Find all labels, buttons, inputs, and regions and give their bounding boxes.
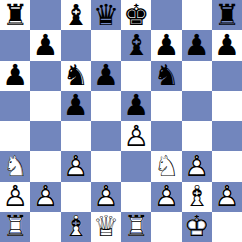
square-b3[interactable] bbox=[30, 151, 60, 181]
white-pawn-outline: ♙ bbox=[182, 151, 212, 181]
piece-black-rook[interactable]: ♜ bbox=[212, 0, 242, 30]
square-h8[interactable]: ♜ bbox=[212, 0, 242, 30]
square-d6[interactable]: ♟ bbox=[91, 61, 121, 91]
square-c5[interactable]: ♟ bbox=[61, 91, 91, 121]
square-a1[interactable]: ♜♖ bbox=[0, 212, 30, 242]
chess-board: ♜♝♛♚♜♟♝♟♟♟♟♞♟♞♟♟♟♙♞♘♟♙♞♘♟♙♟♙♟♙♟♙♟♙♝♗♟♙♜♖… bbox=[0, 0, 242, 242]
square-h5[interactable] bbox=[212, 91, 242, 121]
white-pawn-fill: ♟ bbox=[121, 121, 151, 151]
black-pawn-glyph: ♟ bbox=[30, 30, 60, 60]
white-queen-outline: ♕ bbox=[91, 212, 121, 242]
piece-black-bishop[interactable]: ♝ bbox=[121, 30, 151, 60]
black-knight-glyph: ♞ bbox=[61, 61, 91, 91]
square-b8[interactable] bbox=[30, 0, 60, 30]
piece-black-rook[interactable]: ♜ bbox=[0, 0, 30, 30]
square-d3[interactable] bbox=[91, 151, 121, 181]
piece-black-queen[interactable]: ♛ bbox=[91, 0, 121, 30]
square-a7[interactable] bbox=[0, 30, 30, 60]
white-pawn-outline: ♙ bbox=[91, 182, 121, 212]
white-pawn-fill: ♟ bbox=[61, 151, 91, 181]
piece-white-pawn[interactable]: ♟♙ bbox=[91, 182, 121, 212]
square-g4[interactable] bbox=[182, 121, 212, 151]
piece-white-rook[interactable]: ♜♖ bbox=[121, 212, 151, 242]
square-c4[interactable] bbox=[61, 121, 91, 151]
white-pawn-outline: ♙ bbox=[61, 151, 91, 181]
piece-black-pawn[interactable]: ♟ bbox=[0, 61, 30, 91]
white-pawn-fill: ♟ bbox=[151, 182, 181, 212]
black-pawn-glyph: ♟ bbox=[151, 30, 181, 60]
white-knight-fill: ♞ bbox=[151, 151, 181, 181]
piece-white-pawn[interactable]: ♟♙ bbox=[151, 182, 181, 212]
piece-black-pawn[interactable]: ♟ bbox=[212, 30, 242, 60]
square-f6[interactable]: ♞ bbox=[151, 61, 181, 91]
square-f2[interactable]: ♟♙ bbox=[151, 182, 181, 212]
square-d1[interactable]: ♛♕ bbox=[91, 212, 121, 242]
square-a4[interactable] bbox=[0, 121, 30, 151]
black-queen-glyph: ♛ bbox=[91, 0, 121, 30]
square-d7[interactable] bbox=[91, 30, 121, 60]
piece-white-knight[interactable]: ♞♘ bbox=[0, 151, 30, 181]
white-pawn-outline: ♙ bbox=[212, 182, 242, 212]
white-knight-fill: ♞ bbox=[0, 151, 30, 181]
black-bishop-glyph: ♝ bbox=[61, 0, 91, 30]
square-d2[interactable]: ♟♙ bbox=[91, 182, 121, 212]
square-h3[interactable] bbox=[212, 151, 242, 181]
square-f8[interactable] bbox=[151, 0, 181, 30]
square-g2[interactable]: ♝♗ bbox=[182, 182, 212, 212]
square-e7[interactable]: ♝ bbox=[121, 30, 151, 60]
white-pawn-fill: ♟ bbox=[30, 182, 60, 212]
square-d5[interactable] bbox=[91, 91, 121, 121]
piece-white-bishop[interactable]: ♝♗ bbox=[61, 212, 91, 242]
white-rook-fill: ♜ bbox=[0, 212, 30, 242]
white-bishop-fill: ♝ bbox=[182, 182, 212, 212]
piece-black-knight[interactable]: ♞ bbox=[61, 61, 91, 91]
black-pawn-glyph: ♟ bbox=[61, 91, 91, 121]
piece-white-pawn[interactable]: ♟♙ bbox=[182, 151, 212, 181]
white-pawn-fill: ♟ bbox=[182, 151, 212, 181]
white-pawn-outline: ♙ bbox=[30, 182, 60, 212]
square-c7[interactable] bbox=[61, 30, 91, 60]
white-rook-outline: ♖ bbox=[0, 212, 30, 242]
white-rook-fill: ♜ bbox=[121, 212, 151, 242]
piece-white-pawn[interactable]: ♟♙ bbox=[61, 151, 91, 181]
square-b7[interactable]: ♟ bbox=[30, 30, 60, 60]
white-bishop-fill: ♝ bbox=[61, 212, 91, 242]
square-f5[interactable] bbox=[151, 91, 181, 121]
black-pawn-glyph: ♟ bbox=[212, 30, 242, 60]
square-g8[interactable] bbox=[182, 0, 212, 30]
white-pawn-outline: ♙ bbox=[0, 182, 30, 212]
piece-white-rook[interactable]: ♜♖ bbox=[0, 212, 30, 242]
square-e3[interactable] bbox=[121, 151, 151, 181]
white-rook-outline: ♖ bbox=[121, 212, 151, 242]
square-c2[interactable] bbox=[61, 182, 91, 212]
square-e1[interactable]: ♜♖ bbox=[121, 212, 151, 242]
square-c8[interactable]: ♝ bbox=[61, 0, 91, 30]
black-pawn-glyph: ♟ bbox=[91, 61, 121, 91]
square-c6[interactable]: ♞ bbox=[61, 61, 91, 91]
square-h4[interactable] bbox=[212, 121, 242, 151]
square-e2[interactable] bbox=[121, 182, 151, 212]
piece-white-queen[interactable]: ♛♕ bbox=[91, 212, 121, 242]
square-g1[interactable]: ♚♔ bbox=[182, 212, 212, 242]
square-a5[interactable] bbox=[0, 91, 30, 121]
black-pawn-glyph: ♟ bbox=[121, 91, 151, 121]
square-a2[interactable]: ♟♙ bbox=[0, 182, 30, 212]
white-bishop-outline: ♗ bbox=[61, 212, 91, 242]
black-king-glyph: ♚ bbox=[121, 0, 151, 30]
white-pawn-fill: ♟ bbox=[0, 182, 30, 212]
square-d8[interactable]: ♛ bbox=[91, 0, 121, 30]
piece-white-pawn[interactable]: ♟♙ bbox=[0, 182, 30, 212]
piece-black-pawn[interactable]: ♟ bbox=[91, 61, 121, 91]
piece-black-king[interactable]: ♚ bbox=[121, 0, 151, 30]
white-king-fill: ♚ bbox=[182, 212, 212, 242]
square-b2[interactable]: ♟♙ bbox=[30, 182, 60, 212]
piece-white-pawn[interactable]: ♟♙ bbox=[30, 182, 60, 212]
square-h7[interactable]: ♟ bbox=[212, 30, 242, 60]
black-pawn-glyph: ♟ bbox=[0, 61, 30, 91]
piece-black-pawn[interactable]: ♟ bbox=[121, 91, 151, 121]
square-e4[interactable]: ♟♙ bbox=[121, 121, 151, 151]
square-f7[interactable]: ♟ bbox=[151, 30, 181, 60]
piece-white-bishop[interactable]: ♝♗ bbox=[182, 182, 212, 212]
black-bishop-glyph: ♝ bbox=[121, 30, 151, 60]
piece-white-king[interactable]: ♚♔ bbox=[182, 212, 212, 242]
square-f3[interactable]: ♞♘ bbox=[151, 151, 181, 181]
square-g7[interactable]: ♟ bbox=[182, 30, 212, 60]
white-knight-outline: ♘ bbox=[151, 151, 181, 181]
square-f4[interactable] bbox=[151, 121, 181, 151]
piece-black-pawn[interactable]: ♟ bbox=[30, 30, 60, 60]
piece-white-pawn[interactable]: ♟♙ bbox=[212, 182, 242, 212]
black-pawn-glyph: ♟ bbox=[182, 30, 212, 60]
square-b5[interactable] bbox=[30, 91, 60, 121]
square-f1[interactable] bbox=[151, 212, 181, 242]
square-g3[interactable]: ♟♙ bbox=[182, 151, 212, 181]
white-pawn-outline: ♙ bbox=[151, 182, 181, 212]
white-pawn-fill: ♟ bbox=[212, 182, 242, 212]
square-g5[interactable] bbox=[182, 91, 212, 121]
square-b4[interactable] bbox=[30, 121, 60, 151]
white-bishop-outline: ♗ bbox=[182, 182, 212, 212]
square-a8[interactable]: ♜ bbox=[0, 0, 30, 30]
white-knight-outline: ♘ bbox=[0, 151, 30, 181]
square-e8[interactable]: ♚ bbox=[121, 0, 151, 30]
piece-black-pawn[interactable]: ♟ bbox=[182, 30, 212, 60]
square-a6[interactable]: ♟ bbox=[0, 61, 30, 91]
square-h2[interactable]: ♟♙ bbox=[212, 182, 242, 212]
black-rook-glyph: ♜ bbox=[0, 0, 30, 30]
square-a3[interactable]: ♞♘ bbox=[0, 151, 30, 181]
piece-black-pawn[interactable]: ♟ bbox=[151, 30, 181, 60]
piece-white-pawn[interactable]: ♟♙ bbox=[121, 121, 151, 151]
square-b1[interactable] bbox=[30, 212, 60, 242]
square-e5[interactable]: ♟ bbox=[121, 91, 151, 121]
square-h6[interactable] bbox=[212, 61, 242, 91]
square-h1[interactable] bbox=[212, 212, 242, 242]
black-rook-glyph: ♜ bbox=[212, 0, 242, 30]
piece-black-bishop[interactable]: ♝ bbox=[61, 0, 91, 30]
square-c1[interactable]: ♝♗ bbox=[61, 212, 91, 242]
square-d4[interactable] bbox=[91, 121, 121, 151]
square-b6[interactable] bbox=[30, 61, 60, 91]
white-pawn-fill: ♟ bbox=[91, 182, 121, 212]
white-queen-fill: ♛ bbox=[91, 212, 121, 242]
piece-black-pawn[interactable]: ♟ bbox=[61, 91, 91, 121]
square-e6[interactable] bbox=[121, 61, 151, 91]
black-knight-glyph: ♞ bbox=[151, 61, 181, 91]
square-g6[interactable] bbox=[182, 61, 212, 91]
square-c3[interactable]: ♟♙ bbox=[61, 151, 91, 181]
piece-black-knight[interactable]: ♞ bbox=[151, 61, 181, 91]
piece-white-knight[interactable]: ♞♘ bbox=[151, 151, 181, 181]
white-pawn-outline: ♙ bbox=[121, 121, 151, 151]
white-king-outline: ♔ bbox=[182, 212, 212, 242]
